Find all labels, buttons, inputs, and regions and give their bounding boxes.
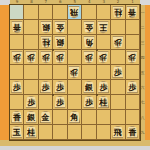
square-2h[interactable] bbox=[111, 110, 125, 125]
file-label-1: 1 bbox=[126, 0, 140, 4]
bottom-bar bbox=[0, 146, 150, 150]
piece-kanji: 歩 bbox=[27, 53, 35, 61]
square-3c[interactable] bbox=[97, 35, 111, 50]
piece-kanji: 歩 bbox=[42, 53, 50, 61]
square-6f[interactable]: 歩 bbox=[53, 80, 67, 95]
square-9i[interactable]: 玉 bbox=[10, 125, 24, 140]
square-1b[interactable] bbox=[126, 20, 140, 35]
square-1i[interactable]: 香 bbox=[126, 125, 140, 140]
piece-kanji: 歩 bbox=[42, 83, 50, 91]
rank-label-4: 四 bbox=[140, 55, 145, 60]
rank-label-6: 六 bbox=[140, 85, 145, 90]
gote-piece-3b[interactable]: 王 bbox=[97, 21, 109, 34]
square-2i[interactable]: 飛 bbox=[111, 125, 125, 140]
sente-piece-9f[interactable]: 歩 bbox=[11, 81, 23, 94]
square-8f[interactable] bbox=[24, 80, 38, 95]
gote-piece-2a[interactable]: 桂 bbox=[112, 6, 124, 19]
square-1f[interactable]: 歩 bbox=[126, 80, 140, 95]
square-2f[interactable] bbox=[111, 80, 125, 95]
square-6h[interactable] bbox=[53, 110, 67, 125]
rank-label-7: 七 bbox=[140, 100, 145, 105]
square-4b[interactable]: 金 bbox=[82, 20, 96, 35]
piece-kanji: 王 bbox=[99, 23, 107, 31]
file-label-9: 9 bbox=[10, 0, 24, 4]
piece-kanji: 香 bbox=[13, 113, 21, 121]
piece-kanji: 歩 bbox=[99, 53, 107, 61]
sente-piece-7f[interactable]: 歩 bbox=[40, 81, 52, 94]
square-8e[interactable] bbox=[24, 65, 38, 80]
square-2c[interactable]: 歩 bbox=[111, 35, 125, 50]
piece-kanji: 桂 bbox=[27, 128, 35, 136]
square-3a[interactable] bbox=[97, 5, 111, 20]
sente-piece-2e[interactable]: 歩 bbox=[112, 66, 124, 79]
piece-kanji: 歩 bbox=[56, 98, 64, 106]
gote-piece-4b[interactable]: 金 bbox=[83, 21, 95, 34]
square-9a[interactable] bbox=[10, 5, 24, 20]
square-1e[interactable] bbox=[126, 65, 140, 80]
gote-piece-9b[interactable]: 香 bbox=[11, 21, 23, 34]
square-5d[interactable] bbox=[68, 50, 82, 65]
gote-piece-2c[interactable]: 歩 bbox=[112, 36, 124, 49]
rank-label-9: 九 bbox=[140, 130, 145, 135]
rank-label-3: 三 bbox=[140, 40, 145, 45]
rank-label-1: 一 bbox=[140, 10, 145, 15]
left-piece-stand[interactable] bbox=[0, 5, 10, 146]
piece-kanji: 飛 bbox=[70, 8, 78, 16]
sente-piece-4g[interactable]: 歩 bbox=[83, 96, 95, 109]
gote-piece-4d[interactable]: 歩 bbox=[83, 51, 95, 64]
piece-kanji: 桂 bbox=[99, 98, 107, 106]
square-3b[interactable]: 王 bbox=[97, 20, 111, 35]
file-label-4: 4 bbox=[82, 0, 96, 4]
sente-piece-5h[interactable]: 角 bbox=[68, 111, 80, 124]
square-5f[interactable] bbox=[68, 80, 82, 95]
piece-kanji: 金 bbox=[56, 23, 64, 31]
square-8d[interactable]: 歩 bbox=[24, 50, 38, 65]
piece-kanji: 角 bbox=[70, 113, 78, 121]
sente-piece-8i[interactable]: 桂 bbox=[25, 126, 37, 139]
gote-piece-8d[interactable]: 歩 bbox=[25, 51, 37, 64]
square-8a[interactable] bbox=[24, 5, 38, 20]
gote-piece-4c[interactable]: 角 bbox=[83, 36, 95, 49]
square-9c[interactable] bbox=[10, 35, 24, 50]
square-7c[interactable]: 桂 bbox=[39, 35, 53, 50]
square-4f[interactable]: 銀 bbox=[82, 80, 96, 95]
square-9f[interactable]: 歩 bbox=[10, 80, 24, 95]
sente-piece-1i[interactable]: 香 bbox=[126, 126, 138, 139]
square-7h[interactable]: 金 bbox=[39, 110, 53, 125]
square-8h[interactable]: 銀 bbox=[24, 110, 38, 125]
square-4a[interactable] bbox=[82, 5, 96, 20]
square-7i[interactable] bbox=[39, 125, 53, 140]
square-6g[interactable]: 歩 bbox=[53, 95, 67, 110]
piece-kanji: 歩 bbox=[70, 68, 78, 76]
sente-piece-1f[interactable]: 歩 bbox=[126, 81, 138, 94]
file-label-7: 7 bbox=[39, 0, 53, 4]
shogi-app: 飛桂香香銀金金王桂銀角歩歩歩歩歩歩歩歩歩歩歩歩歩銀歩歩歩歩歩桂香銀金角玉桂飛香 … bbox=[0, 0, 150, 150]
piece-kanji: 歩 bbox=[13, 53, 21, 61]
piece-kanji: 銀 bbox=[56, 38, 64, 46]
square-7f[interactable]: 歩 bbox=[39, 80, 53, 95]
square-7e[interactable] bbox=[39, 65, 53, 80]
square-9h[interactable]: 香 bbox=[10, 110, 24, 125]
piece-kanji: 歩 bbox=[128, 83, 136, 91]
square-6b[interactable]: 金 bbox=[53, 20, 67, 35]
square-9d[interactable]: 歩 bbox=[10, 50, 24, 65]
square-6a[interactable] bbox=[53, 5, 67, 20]
square-9b[interactable]: 香 bbox=[10, 20, 24, 35]
piece-kanji: 歩 bbox=[85, 53, 93, 61]
file-label-3: 3 bbox=[97, 0, 111, 4]
gote-piece-1d[interactable]: 歩 bbox=[126, 51, 138, 64]
square-8g[interactable]: 歩 bbox=[24, 95, 38, 110]
square-9g[interactable] bbox=[10, 95, 24, 110]
piece-kanji: 歩 bbox=[56, 53, 64, 61]
square-3d[interactable]: 歩 bbox=[97, 50, 111, 65]
square-7g[interactable] bbox=[39, 95, 53, 110]
piece-kanji: 金 bbox=[42, 113, 50, 121]
square-5b[interactable] bbox=[68, 20, 82, 35]
piece-kanji: 飛 bbox=[114, 128, 122, 136]
square-9e[interactable] bbox=[10, 65, 24, 80]
piece-kanji: 香 bbox=[13, 23, 21, 31]
square-2a[interactable]: 桂 bbox=[111, 5, 125, 20]
square-6c[interactable]: 銀 bbox=[53, 35, 67, 50]
file-label-8: 8 bbox=[24, 0, 38, 4]
piece-kanji: 歩 bbox=[85, 98, 93, 106]
square-5a[interactable]: 飛 bbox=[68, 5, 82, 20]
sente-piece-3f[interactable]: 歩 bbox=[97, 81, 109, 94]
square-8i[interactable]: 桂 bbox=[24, 125, 38, 140]
square-7d[interactable]: 歩 bbox=[39, 50, 53, 65]
square-6i[interactable] bbox=[53, 125, 67, 140]
square-2e[interactable]: 歩 bbox=[111, 65, 125, 80]
square-4d[interactable]: 歩 bbox=[82, 50, 96, 65]
square-5h[interactable]: 角 bbox=[68, 110, 82, 125]
sente-piece-6f[interactable]: 歩 bbox=[54, 81, 66, 94]
piece-kanji: 桂 bbox=[42, 38, 50, 46]
gote-piece-9d[interactable]: 歩 bbox=[11, 51, 23, 64]
sente-piece-9h[interactable]: 香 bbox=[11, 111, 23, 124]
square-2b[interactable] bbox=[111, 20, 125, 35]
gote-piece-1a[interactable]: 香 bbox=[126, 6, 138, 19]
piece-kanji: 歩 bbox=[13, 83, 21, 91]
piece-kanji: 角 bbox=[85, 38, 93, 46]
sente-piece-3g[interactable]: 桂 bbox=[97, 96, 109, 109]
gote-piece-3d[interactable]: 歩 bbox=[97, 51, 109, 64]
square-8c[interactable] bbox=[24, 35, 38, 50]
square-1g[interactable] bbox=[126, 95, 140, 110]
square-3h[interactable] bbox=[97, 110, 111, 125]
file-label-5: 5 bbox=[68, 0, 82, 4]
sente-piece-7h[interactable]: 金 bbox=[40, 111, 52, 124]
square-5c[interactable] bbox=[68, 35, 82, 50]
piece-kanji: 歩 bbox=[99, 83, 107, 91]
piece-kanji: 歩 bbox=[27, 98, 35, 106]
star-point bbox=[96, 94, 98, 96]
square-2d[interactable] bbox=[111, 50, 125, 65]
square-3f[interactable]: 歩 bbox=[97, 80, 111, 95]
piece-kanji: 銀 bbox=[85, 83, 93, 91]
right-piece-stand[interactable] bbox=[145, 5, 150, 146]
square-4e[interactable] bbox=[82, 65, 96, 80]
square-3i[interactable] bbox=[97, 125, 111, 140]
piece-kanji: 歩 bbox=[56, 83, 64, 91]
gote-piece-6b[interactable]: 金 bbox=[54, 21, 66, 34]
square-6d[interactable]: 歩 bbox=[53, 50, 67, 65]
shogi-board[interactable]: 飛桂香香銀金金王桂銀角歩歩歩歩歩歩歩歩歩歩歩歩歩銀歩歩歩歩歩桂香銀金角玉桂飛香 bbox=[10, 5, 140, 140]
gote-piece-7d[interactable]: 歩 bbox=[40, 51, 52, 64]
file-label-6: 6 bbox=[53, 0, 67, 4]
square-1h[interactable] bbox=[126, 110, 140, 125]
piece-kanji: 香 bbox=[128, 128, 136, 136]
piece-kanji: 銀 bbox=[42, 23, 50, 31]
square-4g[interactable]: 歩 bbox=[82, 95, 96, 110]
square-1a[interactable]: 香 bbox=[126, 5, 140, 20]
square-3g[interactable]: 桂 bbox=[97, 95, 111, 110]
sente-piece-9i[interactable]: 玉 bbox=[11, 126, 23, 139]
piece-kanji: 金 bbox=[85, 23, 93, 31]
piece-kanji: 玉 bbox=[13, 128, 21, 136]
star-point bbox=[96, 49, 98, 51]
square-6e[interactable] bbox=[53, 65, 67, 80]
piece-kanji: 歩 bbox=[114, 38, 122, 46]
square-1c[interactable] bbox=[126, 35, 140, 50]
piece-kanji: 歩 bbox=[114, 68, 122, 76]
piece-kanji: 銀 bbox=[27, 113, 35, 121]
gote-piece-6c[interactable]: 銀 bbox=[54, 36, 66, 49]
piece-kanji: 歩 bbox=[128, 53, 136, 61]
gote-piece-5e[interactable]: 歩 bbox=[68, 66, 80, 79]
piece-kanji: 桂 bbox=[114, 8, 122, 16]
rank-label-8: 八 bbox=[140, 115, 145, 120]
square-5e[interactable]: 歩 bbox=[68, 65, 82, 80]
square-3e[interactable] bbox=[97, 65, 111, 80]
square-4h[interactable] bbox=[82, 110, 96, 125]
gote-piece-7c[interactable]: 桂 bbox=[40, 36, 52, 49]
square-5g[interactable] bbox=[68, 95, 82, 110]
gote-piece-5a[interactable]: 飛 bbox=[68, 6, 80, 19]
square-7b[interactable]: 銀 bbox=[39, 20, 53, 35]
gote-piece-6d[interactable]: 歩 bbox=[54, 51, 66, 64]
square-4i[interactable] bbox=[82, 125, 96, 140]
sente-piece-6g[interactable]: 歩 bbox=[54, 96, 66, 109]
rank-label-2: 二 bbox=[140, 25, 145, 30]
square-2g[interactable] bbox=[111, 95, 125, 110]
rank-label-5: 五 bbox=[140, 70, 145, 75]
square-5i[interactable] bbox=[68, 125, 82, 140]
square-4c[interactable]: 角 bbox=[82, 35, 96, 50]
square-8b[interactable] bbox=[24, 20, 38, 35]
file-label-2: 2 bbox=[111, 0, 125, 4]
piece-kanji: 香 bbox=[128, 8, 136, 16]
square-7a[interactable] bbox=[39, 5, 53, 20]
square-1d[interactable]: 歩 bbox=[126, 50, 140, 65]
gote-piece-7b[interactable]: 銀 bbox=[40, 21, 52, 34]
sente-piece-8g[interactable]: 歩 bbox=[25, 96, 37, 109]
sente-piece-8h[interactable]: 銀 bbox=[25, 111, 37, 124]
sente-piece-4f[interactable]: 銀 bbox=[83, 81, 95, 94]
sente-piece-2i[interactable]: 飛 bbox=[112, 126, 124, 139]
